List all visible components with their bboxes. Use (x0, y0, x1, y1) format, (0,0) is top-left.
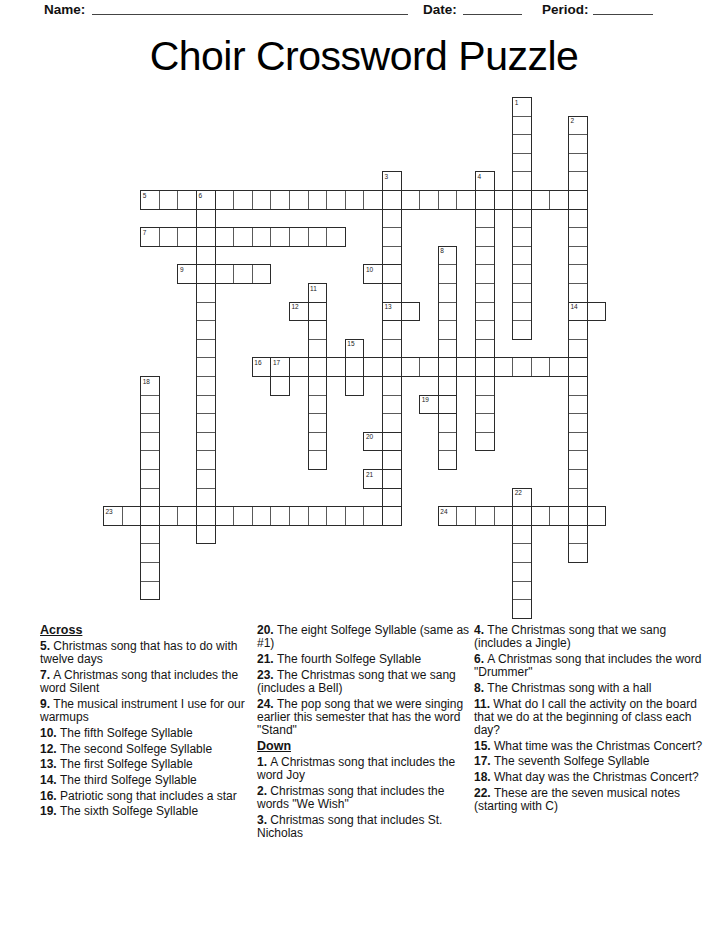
grid-cell-r7c12[interactable] (326, 227, 346, 247)
grid-cell-r22c8[interactable] (252, 506, 272, 526)
grid-cell-r21c15[interactable] (382, 488, 402, 508)
clue-A12: 12. The second Solfege Syllable (40, 743, 248, 756)
grid-cell-r8c25[interactable] (568, 246, 588, 266)
grid-cell-r17c25[interactable] (568, 413, 588, 433)
grid-cell-r5c15[interactable] (382, 190, 402, 210)
grid-cell-r22c4[interactable] (177, 506, 197, 526)
grid-cell-r14c8[interactable] (252, 357, 272, 377)
grid-cell-r16c25[interactable] (568, 395, 588, 415)
grid-cell-r25c2[interactable] (140, 562, 160, 582)
clue-A9: 9. The musical instrument I use for our … (40, 698, 248, 724)
grid-cell-r7c4[interactable] (177, 227, 197, 247)
grid-cell-r11c22[interactable] (512, 302, 532, 322)
grid-cell-r5c10[interactable] (289, 190, 309, 210)
grid-cell-r6c15[interactable] (382, 209, 402, 229)
grid-cell-r13c15[interactable] (382, 339, 402, 359)
grid-cell-r21c25[interactable] (568, 488, 588, 508)
grid-cell-r22c1[interactable] (122, 506, 142, 526)
grid-cell-r13c20[interactable] (475, 339, 495, 359)
grid-cell-r22c22[interactable] (512, 506, 532, 526)
grid-cell-r11c16[interactable] (401, 302, 421, 322)
grid-cell-r20c14[interactable] (363, 469, 383, 489)
grid-cell-r7c11[interactable] (308, 227, 328, 247)
grid-cell-r18c5[interactable] (196, 432, 216, 452)
grid-cell-r14c17[interactable] (419, 357, 439, 377)
period-blank-line[interactable] (593, 1, 653, 15)
grid-cell-r16c20[interactable] (475, 395, 495, 415)
clue-A16: 16. Patriotic song that includes a star (40, 790, 248, 803)
grid-cell-r12c20[interactable] (475, 320, 495, 340)
clue-A14: 14. The third Solfege Syllable (40, 774, 248, 787)
grid-cell-r5c17[interactable] (419, 190, 439, 210)
grid-cell-r14c10[interactable] (289, 357, 309, 377)
grid-cell-r16c18[interactable] (438, 395, 458, 415)
grid-cell-r13c5[interactable] (196, 339, 216, 359)
grid-cell-r4c22[interactable] (512, 171, 532, 191)
grid-cell-r11c25[interactable] (568, 302, 588, 322)
grid-cell-r13c25[interactable] (568, 339, 588, 359)
grid-cell-r12c15[interactable] (382, 320, 402, 340)
grid-cell-r18c15[interactable] (382, 432, 402, 452)
clue-D11: 11. What do I call the activity on the b… (474, 698, 710, 738)
grid-cell-r9c8[interactable] (252, 264, 272, 284)
clue-A5: 5. Christmas song that has to do with tw… (40, 640, 248, 666)
grid-cell-r5c20[interactable] (475, 190, 495, 210)
clue-A21: 21. The fourth Solfege Syllable (257, 653, 473, 666)
grid-cell-r22c5[interactable] (196, 506, 216, 526)
grid-cell-r17c20[interactable] (475, 413, 495, 433)
worksheet-page: { "header": { "name_label": "Name:", "da… (0, 0, 728, 942)
grid-cell-r21c22[interactable] (512, 488, 532, 508)
grid-cell-r12c5[interactable] (196, 320, 216, 340)
grid-cell-r23c25[interactable] (568, 525, 588, 545)
clue-A19: 19. The sixth Solfege Syllable (40, 805, 248, 818)
grid-cell-r16c2[interactable] (140, 395, 160, 415)
grid-cell-r5c16[interactable] (401, 190, 421, 210)
grid-cell-r15c25[interactable] (568, 376, 588, 396)
grid-cell-r22c20[interactable] (475, 506, 495, 526)
grid-cell-r9c7[interactable] (233, 264, 253, 284)
grid-cell-r18c18[interactable] (438, 432, 458, 452)
grid-cell-r8c18[interactable] (438, 246, 458, 266)
clue-D4: 4. The Christmas song that we sang (incl… (474, 624, 710, 650)
grid-cell-r9c14[interactable] (363, 264, 383, 284)
grid-cell-r5c18[interactable] (438, 190, 458, 210)
name-label: Name: (44, 2, 85, 17)
grid-cell-r15c15[interactable] (382, 376, 402, 396)
grid-cell-r10c11[interactable] (308, 283, 328, 303)
grid-cell-r14c25[interactable] (568, 357, 588, 377)
grid-cell-r5c6[interactable] (215, 190, 235, 210)
clue-A20: 20. The eight Solfege Syllable (same as … (257, 624, 473, 650)
grid-cell-r5c22[interactable] (512, 190, 532, 210)
grid-cell-r15c20[interactable] (475, 376, 495, 396)
grid-cell-r9c15[interactable] (382, 264, 402, 284)
grid-cell-r7c3[interactable] (159, 227, 179, 247)
grid-cell-r7c15[interactable] (382, 227, 402, 247)
grid-cell-r9c18[interactable] (438, 264, 458, 284)
clue-column-right: 4. The Christmas song that we sang (incl… (474, 624, 710, 816)
grid-cell-r18c25[interactable] (568, 432, 588, 452)
grid-cell-r6c25[interactable] (568, 209, 588, 229)
grid-cell-r5c14[interactable] (363, 190, 383, 210)
grid-cell-r25c22[interactable] (512, 562, 532, 582)
grid-cell-r17c18[interactable] (438, 413, 458, 433)
grid-cell-r24c22[interactable] (512, 543, 532, 563)
grid-cell-r21c5[interactable] (196, 488, 216, 508)
grid-cell-r18c14[interactable] (363, 432, 383, 452)
grid-cell-r22c23[interactable] (531, 506, 551, 526)
down-header: Down (257, 740, 473, 753)
grid-cell-r3c22[interactable] (512, 153, 532, 173)
grid-cell-r4c15[interactable] (382, 171, 402, 191)
grid-cell-r22c19[interactable] (456, 506, 476, 526)
grid-cell-r26c22[interactable] (512, 581, 532, 601)
grid-cell-r10c20[interactable] (475, 283, 495, 303)
grid-cell-r22c13[interactable] (345, 506, 365, 526)
grid-cell-r5c13[interactable] (345, 190, 365, 210)
grid-cell-r5c23[interactable] (531, 190, 551, 210)
grid-cell-r14c11[interactable] (308, 357, 328, 377)
grid-cell-r12c11[interactable] (308, 320, 328, 340)
grid-cell-r9c6[interactable] (215, 264, 235, 284)
grid-cell-r5c21[interactable] (494, 190, 514, 210)
clue-column-left: Across5. Christmas song that has to do w… (40, 624, 248, 821)
grid-cell-r14c13[interactable] (345, 357, 365, 377)
clue-D22: 22. These are the seven musical notes (s… (474, 787, 710, 813)
clue-D1: 1. A Christmas song that includes the wo… (257, 756, 473, 782)
grid-cell-r11c26[interactable] (587, 302, 607, 322)
grid-cell-r14c24[interactable] (549, 357, 569, 377)
grid-cell-r9c20[interactable] (475, 264, 495, 284)
grid-cell-r7c10[interactable] (289, 227, 309, 247)
grid-cell-r11c18[interactable] (438, 302, 458, 322)
grid-cell-r11c11[interactable] (308, 302, 328, 322)
crossword-grid: 123456789101112131415161718192021222324 (103, 97, 607, 620)
grid-cell-r16c15[interactable] (382, 395, 402, 415)
grid-cell-r18c2[interactable] (140, 432, 160, 452)
grid-cell-r22c9[interactable] (270, 506, 290, 526)
grid-cell-r15c9[interactable] (270, 376, 290, 396)
grid-cell-r14c20[interactable] (475, 357, 495, 377)
grid-cell-r2c25[interactable] (568, 134, 588, 154)
grid-cell-r24c2[interactable] (140, 543, 160, 563)
grid-cell-r8c5[interactable] (196, 246, 216, 266)
grid-cell-r5c24[interactable] (549, 190, 569, 210)
grid-cell-r19c18[interactable] (438, 450, 458, 470)
grid-cell-r15c5[interactable] (196, 376, 216, 396)
period-label: Period: (542, 2, 589, 17)
grid-cell-r7c6[interactable] (215, 227, 235, 247)
grid-cell-r9c4[interactable] (177, 264, 197, 284)
grid-cell-r6c5[interactable] (196, 209, 216, 229)
grid-cell-r22c18[interactable] (438, 506, 458, 526)
grid-cell-r14c21[interactable] (494, 357, 514, 377)
clue-A13: 13. The first Solfege Syllable (40, 758, 248, 771)
clue-D8: 8. The Christmas song with a hall (474, 682, 710, 695)
grid-cell-r6c20[interactable] (475, 209, 495, 229)
grid-cell-r22c6[interactable] (215, 506, 235, 526)
grid-cell-r5c12[interactable] (326, 190, 346, 210)
clue-column-middle: 20. The eight Solfege Syllable (same as … (257, 624, 473, 843)
grid-cell-r20c15[interactable] (382, 469, 402, 489)
clue-D18: 18. What day was the Christmas Concert? (474, 771, 710, 784)
grid-cell-r3c25[interactable] (568, 153, 588, 173)
grid-cell-r12c18[interactable] (438, 320, 458, 340)
name-blank-line[interactable] (92, 1, 408, 15)
grid-cell-r11c10[interactable] (289, 302, 309, 322)
grid-cell-r7c8[interactable] (252, 227, 272, 247)
grid-cell-r14c12[interactable] (326, 357, 346, 377)
grid-cell-r19c15[interactable] (382, 450, 402, 470)
clue-A23: 23. The Christmas song that we sang (inc… (257, 669, 473, 695)
grid-cell-r10c15[interactable] (382, 283, 402, 303)
clue-A24: 24. The pop song that we were singing ea… (257, 698, 473, 738)
grid-cell-r10c22[interactable] (512, 283, 532, 303)
grid-cell-r19c5[interactable] (196, 450, 216, 470)
grid-cell-r7c7[interactable] (233, 227, 253, 247)
grid-cell-r5c19[interactable] (456, 190, 476, 210)
grid-cell-r15c2[interactable] (140, 376, 160, 396)
grid-cell-r12c22[interactable] (512, 320, 532, 340)
grid-cell-r7c5[interactable] (196, 227, 216, 247)
grid-cell-r13c18[interactable] (438, 339, 458, 359)
clue-A10: 10. The fifth Solfege Syllable (40, 727, 248, 740)
grid-cell-r4c20[interactable] (475, 171, 495, 191)
grid-cell-r14c19[interactable] (456, 357, 476, 377)
grid-cell-r24c25[interactable] (568, 543, 588, 563)
grid-cell-r15c11[interactable] (308, 376, 328, 396)
grid-cell-r17c11[interactable] (308, 413, 328, 433)
grid-cell-r14c22[interactable] (512, 357, 532, 377)
grid-cell-r11c5[interactable] (196, 302, 216, 322)
grid-cell-r5c5[interactable] (196, 190, 216, 210)
grid-cell-r23c5[interactable] (196, 525, 216, 545)
grid-cell-r0c22[interactable] (512, 97, 532, 117)
grid-cell-r22c12[interactable] (326, 506, 346, 526)
date-label: Date: (423, 2, 457, 17)
grid-cell-r5c8[interactable] (252, 190, 272, 210)
grid-cell-r15c18[interactable] (438, 376, 458, 396)
grid-cell-r5c25[interactable] (568, 190, 588, 210)
grid-cell-r5c11[interactable] (308, 190, 328, 210)
grid-cell-r22c21[interactable] (494, 506, 514, 526)
grid-cell-r9c25[interactable] (568, 264, 588, 284)
grid-cell-r22c2[interactable] (140, 506, 160, 526)
grid-cell-r22c25[interactable] (568, 506, 588, 526)
grid-cell-r23c2[interactable] (140, 525, 160, 545)
grid-cell-r22c14[interactable] (363, 506, 383, 526)
grid-cell-r16c11[interactable] (308, 395, 328, 415)
grid-cell-r17c2[interactable] (140, 413, 160, 433)
grid-cell-r5c2[interactable] (140, 190, 160, 210)
grid-cell-r1c22[interactable] (512, 116, 532, 136)
grid-cell-r9c5[interactable] (196, 264, 216, 284)
across-header: Across (40, 624, 248, 637)
clue-D6: 6. A Christmas song that includes the wo… (474, 653, 710, 679)
grid-cell-r6c22[interactable] (512, 209, 532, 229)
grid-cell-r13c13[interactable] (345, 339, 365, 359)
grid-cell-r18c20[interactable] (475, 432, 495, 452)
grid-cell-r16c17[interactable] (419, 395, 439, 415)
grid-cell-r14c9[interactable] (270, 357, 290, 377)
grid-cell-r22c11[interactable] (308, 506, 328, 526)
grid-cell-r7c22[interactable] (512, 227, 532, 247)
clue-A7: 7. A Christmas song that includes the wo… (40, 669, 248, 695)
grid-cell-r4c25[interactable] (568, 171, 588, 191)
grid-cell-r23c22[interactable] (512, 525, 532, 545)
grid-cell-r19c11[interactable] (308, 450, 328, 470)
grid-cell-r5c4[interactable] (177, 190, 197, 210)
grid-cell-r22c3[interactable] (159, 506, 179, 526)
grid-cell-r5c7[interactable] (233, 190, 253, 210)
grid-cell-r11c15[interactable] (382, 302, 402, 322)
page-title: Choir Crossword Puzzle (0, 33, 728, 80)
grid-cell-r16c5[interactable] (196, 395, 216, 415)
grid-cell-r17c15[interactable] (382, 413, 402, 433)
grid-cell-r21c2[interactable] (140, 488, 160, 508)
date-blank-line[interactable] (463, 1, 522, 15)
grid-cell-r14c15[interactable] (382, 357, 402, 377)
grid-cell-r10c25[interactable] (568, 283, 588, 303)
grid-cell-r2c22[interactable] (512, 134, 532, 154)
grid-cell-r15c13[interactable] (345, 376, 365, 396)
grid-cell-r22c7[interactable] (233, 506, 253, 526)
grid-cell-r20c25[interactable] (568, 469, 588, 489)
grid-cell-r20c2[interactable] (140, 469, 160, 489)
grid-cell-r22c24[interactable] (549, 506, 569, 526)
grid-cell-r20c5[interactable] (196, 469, 216, 489)
grid-cell-r5c9[interactable] (270, 190, 290, 210)
grid-cell-r14c16[interactable] (401, 357, 421, 377)
grid-cell-r14c23[interactable] (531, 357, 551, 377)
grid-cell-r19c2[interactable] (140, 450, 160, 470)
grid-cell-r27c22[interactable] (512, 599, 532, 619)
grid-cell-r13c11[interactable] (308, 339, 328, 359)
grid-cell-r8c22[interactable] (512, 246, 532, 266)
clue-D2: 2. Christmas song that includes the word… (257, 785, 473, 811)
grid-cell-r8c15[interactable] (382, 246, 402, 266)
grid-cell-r22c0[interactable] (103, 506, 123, 526)
grid-cell-r5c3[interactable] (159, 190, 179, 210)
grid-cell-r22c10[interactable] (289, 506, 309, 526)
grid-cell-r17c5[interactable] (196, 413, 216, 433)
grid-cell-r7c20[interactable] (475, 227, 495, 247)
grid-cell-r14c18[interactable] (438, 357, 458, 377)
grid-cell-r1c25[interactable] (568, 116, 588, 136)
grid-cell-r8c20[interactable] (475, 246, 495, 266)
grid-cell-r22c26[interactable] (587, 506, 607, 526)
grid-cell-r7c2[interactable] (140, 227, 160, 247)
grid-cell-r11c20[interactable] (475, 302, 495, 322)
grid-cell-r14c14[interactable] (363, 357, 383, 377)
grid-cell-r19c25[interactable] (568, 450, 588, 470)
clue-D3: 3. Christmas song that includes St. Nich… (257, 814, 473, 840)
grid-cell-r14c5[interactable] (196, 357, 216, 377)
clue-D15: 15. What time was the Christmas Concert? (474, 740, 710, 753)
grid-cell-r18c11[interactable] (308, 432, 328, 452)
grid-cell-r9c22[interactable] (512, 264, 532, 284)
grid-cell-r10c18[interactable] (438, 283, 458, 303)
grid-cell-r10c5[interactable] (196, 283, 216, 303)
grid-cell-r12c25[interactable] (568, 320, 588, 340)
clue-D17: 17. The seventh Solfege Syllable (474, 755, 710, 768)
grid-cell-r26c2[interactable] (140, 581, 160, 601)
grid-cell-r7c9[interactable] (270, 227, 290, 247)
grid-cell-r22c15[interactable] (382, 506, 402, 526)
grid-cell-r7c25[interactable] (568, 227, 588, 247)
